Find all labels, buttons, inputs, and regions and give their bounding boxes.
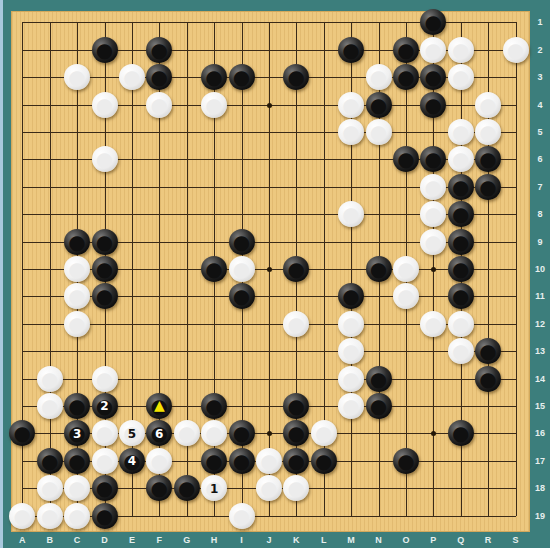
stone-N5-white[interactable]: ● — [366, 119, 392, 145]
col-label-Q: Q — [457, 535, 464, 545]
stone-J17-white[interactable]: ● — [256, 448, 282, 474]
col-label-R: R — [485, 535, 492, 545]
stone-F17-white[interactable]: ● — [146, 448, 172, 474]
row-label-10: 10 — [535, 264, 545, 274]
stone-B14-white[interactable]: ● — [37, 366, 63, 392]
stone-N10-black[interactable]: ● — [366, 256, 392, 282]
stone-D18-black[interactable]: ● — [92, 475, 118, 501]
stone-D10-black[interactable]: ● — [92, 256, 118, 282]
stone-I11-black[interactable]: ● — [229, 283, 255, 309]
stone-B18-white[interactable]: ● — [37, 475, 63, 501]
go-board-screen: ●●●●●●●●●●●●●●●●●●●●●●●●●●●●●●●●●●●●●●●●… — [0, 0, 550, 548]
row-label-3: 3 — [537, 72, 542, 82]
stone-C10-white[interactable]: ● — [64, 256, 90, 282]
stone-O6-black[interactable]: ● — [393, 146, 419, 172]
stone-D14-white[interactable]: ● — [92, 366, 118, 392]
star-point — [267, 267, 272, 272]
stone-D15-black[interactable]: ● — [92, 393, 118, 419]
stone-O2-black[interactable]: ● — [393, 37, 419, 63]
stone-S2-white[interactable]: ● — [503, 37, 529, 63]
row-label-14: 14 — [535, 374, 545, 384]
stone-C12-white[interactable]: ● — [64, 311, 90, 337]
stone-Q5-white[interactable]: ● — [448, 119, 474, 145]
row-label-4: 4 — [537, 100, 542, 110]
row-label-17: 17 — [535, 456, 545, 466]
stone-D11-black[interactable]: ● — [92, 283, 118, 309]
col-label-D: D — [101, 535, 108, 545]
stone-D16-white[interactable]: ● — [92, 420, 118, 446]
stone-D2-black[interactable]: ● — [92, 37, 118, 63]
stone-R13-black[interactable]: ● — [475, 338, 501, 364]
stone-B17-black[interactable]: ● — [37, 448, 63, 474]
col-label-P: P — [430, 535, 436, 545]
row-label-15: 15 — [535, 401, 545, 411]
stone-F15-black[interactable]: ● — [146, 393, 172, 419]
stone-P2-white[interactable]: ● — [420, 37, 446, 63]
stone-P4-black[interactable]: ● — [420, 92, 446, 118]
stone-H3-black[interactable]: ● — [201, 64, 227, 90]
stone-C19-white[interactable]: ● — [64, 503, 90, 529]
stone-K15-black[interactable]: ● — [283, 393, 309, 419]
col-label-J: J — [266, 535, 271, 545]
stone-P9-white[interactable]: ● — [420, 229, 446, 255]
stone-H15-black[interactable]: ● — [201, 393, 227, 419]
stone-F4-white[interactable]: ● — [146, 92, 172, 118]
row-label-13: 13 — [535, 346, 545, 356]
col-label-E: E — [129, 535, 135, 545]
stone-P7-white[interactable]: ● — [420, 174, 446, 200]
stone-Q6-white[interactable]: ● — [448, 146, 474, 172]
col-label-C: C — [74, 535, 81, 545]
stone-P12-white[interactable]: ● — [420, 311, 446, 337]
stone-Q3-white[interactable]: ● — [448, 64, 474, 90]
stone-Q10-black[interactable]: ● — [448, 256, 474, 282]
stone-O11-white[interactable]: ● — [393, 283, 419, 309]
stone-R4-white[interactable]: ● — [475, 92, 501, 118]
stone-K10-black[interactable]: ● — [283, 256, 309, 282]
col-label-L: L — [321, 535, 327, 545]
col-label-K: K — [293, 535, 300, 545]
stone-J18-white[interactable]: ● — [256, 475, 282, 501]
stone-C9-black[interactable]: ● — [64, 229, 90, 255]
stone-Q12-white[interactable]: ● — [448, 311, 474, 337]
row-label-8: 8 — [537, 209, 542, 219]
col-label-H: H — [211, 535, 218, 545]
stone-H4-white[interactable]: ● — [201, 92, 227, 118]
stone-G18-black[interactable]: ● — [174, 475, 200, 501]
row-label-5: 5 — [537, 127, 542, 137]
stone-Q16-black[interactable]: ● — [448, 420, 474, 446]
stone-E17-black[interactable]: ● — [119, 448, 145, 474]
col-label-S: S — [512, 535, 518, 545]
stone-M15-white[interactable]: ● — [338, 393, 364, 419]
stone-I9-black[interactable]: ● — [229, 229, 255, 255]
row-label-6: 6 — [537, 154, 542, 164]
stone-Q8-black[interactable]: ● — [448, 201, 474, 227]
row-label-2: 2 — [537, 45, 542, 55]
stone-R5-white[interactable]: ● — [475, 119, 501, 145]
stone-M13-white[interactable]: ● — [338, 338, 364, 364]
stone-B15-white[interactable]: ● — [37, 393, 63, 419]
row-label-18: 18 — [535, 483, 545, 493]
stone-R7-black[interactable]: ● — [475, 174, 501, 200]
stone-Q13-white[interactable]: ● — [448, 338, 474, 364]
stone-Q7-black[interactable]: ● — [448, 174, 474, 200]
stone-G16-white[interactable]: ● — [174, 420, 200, 446]
stone-E3-white[interactable]: ● — [119, 64, 145, 90]
stone-N15-black[interactable]: ● — [366, 393, 392, 419]
col-label-G: G — [183, 535, 190, 545]
stone-N14-black[interactable]: ● — [366, 366, 392, 392]
stone-O3-black[interactable]: ● — [393, 64, 419, 90]
row-label-7: 7 — [537, 182, 542, 192]
row-label-16: 16 — [535, 428, 545, 438]
stone-M12-white[interactable]: ● — [338, 311, 364, 337]
col-label-B: B — [46, 535, 53, 545]
stone-N4-black[interactable]: ● — [366, 92, 392, 118]
stone-C15-black[interactable]: ● — [64, 393, 90, 419]
stone-M4-white[interactable]: ● — [338, 92, 364, 118]
stone-M5-white[interactable]: ● — [338, 119, 364, 145]
row-label-1: 1 — [537, 17, 542, 27]
stone-A19-white[interactable]: ● — [9, 503, 35, 529]
stone-R14-black[interactable]: ● — [475, 366, 501, 392]
col-label-A: A — [19, 535, 26, 545]
stone-Q11-black[interactable]: ● — [448, 283, 474, 309]
stone-M14-white[interactable]: ● — [338, 366, 364, 392]
stone-B19-white[interactable]: ● — [37, 503, 63, 529]
col-label-I: I — [240, 535, 243, 545]
stone-I10-white[interactable]: ● — [229, 256, 255, 282]
stone-K17-black[interactable]: ● — [283, 448, 309, 474]
row-label-11: 11 — [535, 291, 545, 301]
stone-D19-black[interactable]: ● — [92, 503, 118, 529]
stone-M2-black[interactable]: ● — [338, 37, 364, 63]
stone-D4-white[interactable]: ● — [92, 92, 118, 118]
stone-D6-white[interactable]: ● — [92, 146, 118, 172]
stone-I16-black[interactable]: ● — [229, 420, 255, 446]
stone-C17-black[interactable]: ● — [64, 448, 90, 474]
stone-D9-black[interactable]: ● — [92, 229, 118, 255]
stone-E16-white[interactable]: ● — [119, 420, 145, 446]
stone-H17-black[interactable]: ● — [201, 448, 227, 474]
stone-O10-white[interactable]: ● — [393, 256, 419, 282]
stone-Q2-white[interactable]: ● — [448, 37, 474, 63]
stone-I19-white[interactable]: ● — [229, 503, 255, 529]
stone-D17-white[interactable]: ● — [92, 448, 118, 474]
col-label-N: N — [375, 535, 382, 545]
stone-I3-black[interactable]: ● — [229, 64, 255, 90]
stone-F2-black[interactable]: ● — [146, 37, 172, 63]
col-label-O: O — [402, 535, 409, 545]
stone-C3-white[interactable]: ● — [64, 64, 90, 90]
stone-H10-black[interactable]: ● — [201, 256, 227, 282]
stone-C18-white[interactable]: ● — [64, 475, 90, 501]
stone-H18-white[interactable]: ● — [201, 475, 227, 501]
stone-L16-white[interactable]: ● — [311, 420, 337, 446]
stone-I17-black[interactable]: ● — [229, 448, 255, 474]
row-label-19: 19 — [535, 511, 545, 521]
stone-L17-black[interactable]: ● — [311, 448, 337, 474]
stone-N3-white[interactable]: ● — [366, 64, 392, 90]
col-label-F: F — [157, 535, 163, 545]
star-point — [267, 103, 272, 108]
stone-K12-white[interactable]: ● — [283, 311, 309, 337]
col-label-M: M — [347, 535, 355, 545]
grid-vline — [516, 22, 517, 516]
window-edge-strip — [0, 0, 3, 548]
stone-M8-white[interactable]: ● — [338, 201, 364, 227]
row-label-9: 9 — [537, 237, 542, 247]
grid-hline — [22, 351, 516, 352]
stone-O17-black[interactable]: ● — [393, 448, 419, 474]
row-label-12: 12 — [535, 319, 545, 329]
stone-Q9-black[interactable]: ● — [448, 229, 474, 255]
